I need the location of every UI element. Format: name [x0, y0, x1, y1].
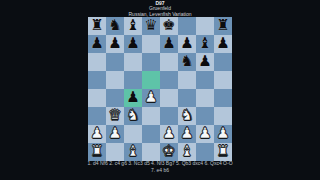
square-f5 — [178, 71, 196, 89]
square-a1: ♜ — [88, 143, 106, 161]
square-g4 — [196, 89, 214, 107]
square-b6 — [106, 53, 124, 71]
square-c4: ♟ — [124, 89, 142, 107]
square-g8 — [196, 17, 214, 35]
white-bishop: ♝ — [178, 143, 196, 161]
square-e6 — [160, 53, 178, 71]
square-d6 — [142, 53, 160, 71]
square-g5 — [196, 71, 214, 89]
square-a2: ♟ — [88, 125, 106, 143]
white-pawn: ♟ — [214, 125, 232, 143]
square-a6 — [88, 53, 106, 71]
square-e4 — [160, 89, 178, 107]
square-h6 — [214, 53, 232, 71]
white-pawn: ♟ — [196, 125, 214, 143]
black-pawn: ♟ — [124, 35, 142, 53]
black-pawn: ♟ — [88, 35, 106, 53]
black-queen: ♛ — [142, 17, 160, 35]
square-b5 — [106, 71, 124, 89]
black-pawn: ♟ — [196, 53, 214, 71]
black-king: ♚ — [160, 17, 178, 35]
chess-gif-frame: D97 Gruenfeld Russian, Levenfish Variati… — [0, 0, 320, 180]
square-f3: ♞ — [178, 107, 196, 125]
square-a4 — [88, 89, 106, 107]
square-a3 — [88, 107, 106, 125]
square-e3 — [160, 107, 178, 125]
black-knight: ♞ — [106, 17, 124, 35]
black-pawn: ♟ — [106, 35, 124, 53]
white-queen: ♛ — [106, 107, 124, 125]
square-d8: ♛ — [142, 17, 160, 35]
black-bishop: ♝ — [196, 35, 214, 53]
square-b2: ♟ — [106, 125, 124, 143]
white-pawn: ♟ — [88, 125, 106, 143]
square-c8: ♝ — [124, 17, 142, 35]
square-f7: ♟ — [178, 35, 196, 53]
white-knight: ♞ — [124, 107, 142, 125]
square-h1: ♜ — [214, 143, 232, 161]
square-e7: ♟ — [160, 35, 178, 53]
white-pawn: ♟ — [178, 125, 196, 143]
square-h4 — [214, 89, 232, 107]
square-d2 — [142, 125, 160, 143]
opening-header: D97 Gruenfeld Russian, Levenfish Variati… — [0, 1, 320, 17]
square-g1 — [196, 143, 214, 161]
square-h5 — [214, 71, 232, 89]
white-rook: ♜ — [214, 143, 232, 161]
square-c6 — [124, 53, 142, 71]
square-h8: ♜ — [214, 17, 232, 35]
square-d4: ♟ — [142, 89, 160, 107]
square-f1: ♝ — [178, 143, 196, 161]
white-pawn: ♟ — [160, 125, 178, 143]
black-rook: ♜ — [214, 17, 232, 35]
square-e5 — [160, 71, 178, 89]
black-pawn: ♟ — [160, 35, 178, 53]
square-h3 — [214, 107, 232, 125]
square-b7: ♟ — [106, 35, 124, 53]
square-d5 — [142, 71, 160, 89]
square-e2: ♟ — [160, 125, 178, 143]
square-g6: ♟ — [196, 53, 214, 71]
square-f6: ♞ — [178, 53, 196, 71]
square-c5 — [124, 71, 142, 89]
square-b1 — [106, 143, 124, 161]
square-b8: ♞ — [106, 17, 124, 35]
black-knight: ♞ — [178, 53, 196, 71]
black-pawn: ♟ — [178, 35, 196, 53]
black-rook: ♜ — [88, 17, 106, 35]
square-c1: ♝ — [124, 143, 142, 161]
black-pawn: ♟ — [124, 89, 142, 107]
square-g3 — [196, 107, 214, 125]
black-pawn: ♟ — [214, 35, 232, 53]
square-c7: ♟ — [124, 35, 142, 53]
white-king: ♚ — [160, 143, 178, 161]
white-bishop: ♝ — [124, 143, 142, 161]
white-pawn: ♟ — [142, 89, 160, 107]
move-list: 1. d4 Nf6 2. c4 g6 3. Nc3 d5 4. Nf3 Bg7 … — [0, 160, 320, 173]
square-g7: ♝ — [196, 35, 214, 53]
white-knight: ♞ — [178, 107, 196, 125]
white-rook: ♜ — [88, 143, 106, 161]
square-e8: ♚ — [160, 17, 178, 35]
square-h2: ♟ — [214, 125, 232, 143]
chess-board: ♜♞♝♛♚♜♟♟♟♟♟♝♟♞♟♟♟♛♞♞♟♟♟♟♟♟♜♝♚♝♜ — [88, 17, 232, 161]
square-f2: ♟ — [178, 125, 196, 143]
square-f4 — [178, 89, 196, 107]
square-d1 — [142, 143, 160, 161]
move-list-line-2: 7. e4 b6 — [0, 167, 320, 174]
square-d3 — [142, 107, 160, 125]
square-g2: ♟ — [196, 125, 214, 143]
square-c2 — [124, 125, 142, 143]
square-c3: ♞ — [124, 107, 142, 125]
square-h7: ♟ — [214, 35, 232, 53]
square-a7: ♟ — [88, 35, 106, 53]
square-f8 — [178, 17, 196, 35]
square-e1: ♚ — [160, 143, 178, 161]
white-pawn: ♟ — [106, 125, 124, 143]
black-bishop: ♝ — [124, 17, 142, 35]
square-d7 — [142, 35, 160, 53]
square-a8: ♜ — [88, 17, 106, 35]
square-b3: ♛ — [106, 107, 124, 125]
square-a5 — [88, 71, 106, 89]
square-b4 — [106, 89, 124, 107]
